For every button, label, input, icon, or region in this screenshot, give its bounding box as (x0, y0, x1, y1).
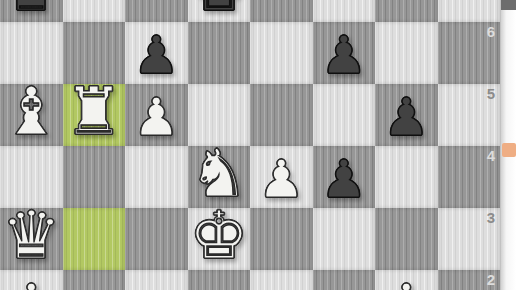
square-e4[interactable]: ♟ (250, 146, 313, 208)
square-c4[interactable] (125, 146, 188, 208)
square-e7[interactable] (250, 0, 313, 22)
square-g3[interactable] (375, 208, 438, 270)
rank-label-3: 3 (487, 209, 495, 226)
square-c7[interactable] (125, 0, 188, 22)
square-g2[interactable]: ♟ (375, 270, 438, 290)
scrollbar-thumb[interactable] (502, 143, 516, 157)
white-bishop[interactable]: ♝ (2, 79, 61, 145)
rank-label-5: 5 (487, 85, 495, 102)
square-c3[interactable] (125, 208, 188, 270)
square-a7[interactable]: ♛ (0, 0, 63, 22)
square-a3[interactable]: ♛ (0, 208, 63, 270)
black-pawn[interactable]: ♟ (383, 91, 430, 143)
square-d7[interactable]: ♚ (188, 0, 251, 22)
square-f5[interactable] (313, 84, 376, 146)
square-f4[interactable]: ♟ (313, 146, 376, 208)
black-pawn[interactable]: ♟ (133, 29, 180, 81)
white-pawn[interactable]: ♟ (8, 277, 55, 290)
square-g7[interactable] (375, 0, 438, 22)
white-queen[interactable]: ♛ (2, 203, 61, 269)
rank-label-4: 4 (487, 147, 495, 164)
chess-app-screen: ♛♚♟♟6♝♜♟♟5♞♟♟4♛♚3♟♟2 (0, 0, 516, 290)
square-b4[interactable] (63, 146, 126, 208)
black-pawn[interactable]: ♟ (320, 29, 367, 81)
black-queen[interactable]: ♛ (2, 0, 61, 21)
square-h3[interactable]: 3 (438, 208, 501, 270)
square-g6[interactable] (375, 22, 438, 84)
square-f6[interactable]: ♟ (313, 22, 376, 84)
rank-label-2: 2 (487, 271, 495, 288)
square-c6[interactable]: ♟ (125, 22, 188, 84)
scrollbar-track[interactable] (500, 0, 516, 290)
square-h7[interactable] (438, 0, 501, 22)
square-f7[interactable] (313, 0, 376, 22)
square-b5[interactable]: ♜ (63, 84, 126, 146)
white-king[interactable]: ♚ (189, 203, 248, 269)
square-f2[interactable] (313, 270, 376, 290)
square-b3[interactable] (63, 208, 126, 270)
square-d3[interactable]: ♚ (188, 208, 251, 270)
square-h6[interactable]: 6 (438, 22, 501, 84)
square-a5[interactable]: ♝ (0, 84, 63, 146)
square-e5[interactable] (250, 84, 313, 146)
white-pawn[interactable]: ♟ (258, 153, 305, 205)
square-h2[interactable]: 2 (438, 270, 501, 290)
white-rook[interactable]: ♜ (64, 79, 123, 145)
square-h4[interactable]: 4 (438, 146, 501, 208)
square-h5[interactable]: 5 (438, 84, 501, 146)
square-f3[interactable] (313, 208, 376, 270)
square-c2[interactable] (125, 270, 188, 290)
square-g5[interactable]: ♟ (375, 84, 438, 146)
square-c5[interactable]: ♟ (125, 84, 188, 146)
square-b7[interactable] (63, 0, 126, 22)
square-d6[interactable] (188, 22, 251, 84)
scrollbar-top-block (501, 0, 516, 10)
square-b2[interactable] (63, 270, 126, 290)
square-d2[interactable] (188, 270, 251, 290)
square-a2[interactable]: ♟ (0, 270, 63, 290)
white-pawn[interactable]: ♟ (383, 277, 430, 290)
square-e2[interactable] (250, 270, 313, 290)
black-pawn[interactable]: ♟ (320, 153, 367, 205)
chess-board[interactable]: ♛♚♟♟6♝♜♟♟5♞♟♟4♛♚3♟♟2 (0, 0, 500, 290)
white-pawn[interactable]: ♟ (133, 91, 180, 143)
square-e6[interactable] (250, 22, 313, 84)
square-g4[interactable] (375, 146, 438, 208)
rank-label-6: 6 (487, 23, 495, 40)
black-king[interactable]: ♚ (189, 0, 248, 21)
square-e3[interactable] (250, 208, 313, 270)
